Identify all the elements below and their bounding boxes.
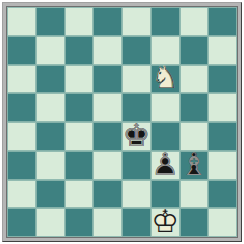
square-a2[interactable]: [7, 180, 36, 209]
square-e1[interactable]: [122, 208, 151, 237]
square-b6[interactable]: [36, 65, 65, 94]
square-d7[interactable]: [93, 36, 122, 65]
piece-white-king[interactable]: ♚♔: [151, 208, 180, 237]
white-king-outline-glyph: ♔: [151, 206, 179, 237]
square-d3[interactable]: [93, 151, 122, 180]
square-c5[interactable]: [65, 93, 94, 122]
square-h1[interactable]: [208, 208, 237, 237]
square-h5[interactable]: [208, 93, 237, 122]
square-e4[interactable]: ♚♔: [122, 122, 151, 151]
square-d4[interactable]: [93, 122, 122, 151]
square-b7[interactable]: [36, 36, 65, 65]
square-d5[interactable]: [93, 93, 122, 122]
square-g6[interactable]: [180, 65, 209, 94]
square-h6[interactable]: [208, 65, 237, 94]
square-e6[interactable]: [122, 65, 151, 94]
square-g5[interactable]: [180, 93, 209, 122]
square-g8[interactable]: [180, 7, 209, 36]
square-g1[interactable]: [180, 208, 209, 237]
square-f1[interactable]: ♚♔: [151, 208, 180, 237]
piece-black-king[interactable]: ♚♔: [122, 122, 151, 151]
square-a1[interactable]: [7, 208, 36, 237]
square-f5[interactable]: [151, 93, 180, 122]
square-a6[interactable]: [7, 65, 36, 94]
square-b1[interactable]: [36, 208, 65, 237]
square-b5[interactable]: [36, 93, 65, 122]
black-bishop-outline-glyph: ♗: [180, 149, 208, 180]
square-b4[interactable]: [36, 122, 65, 151]
square-c3[interactable]: [65, 151, 94, 180]
piece-black-bishop[interactable]: ♝♗: [180, 151, 209, 180]
square-d8[interactable]: [93, 7, 122, 36]
square-c7[interactable]: [65, 36, 94, 65]
square-e7[interactable]: [122, 36, 151, 65]
square-g2[interactable]: [180, 180, 209, 209]
square-h7[interactable]: [208, 36, 237, 65]
square-b8[interactable]: [36, 7, 65, 36]
square-a4[interactable]: [7, 122, 36, 151]
board-frame: ♞♘♚♔♟♙♝♗♚♔: [2, 2, 242, 242]
square-d6[interactable]: [93, 65, 122, 94]
square-f3[interactable]: ♟♙: [151, 151, 180, 180]
square-b2[interactable]: [36, 180, 65, 209]
square-c8[interactable]: [65, 7, 94, 36]
square-c2[interactable]: [65, 180, 94, 209]
square-g3[interactable]: ♝♗: [180, 151, 209, 180]
black-pawn-outline-glyph: ♙: [151, 149, 179, 180]
square-b3[interactable]: [36, 151, 65, 180]
black-king-outline-glyph: ♔: [122, 120, 150, 151]
square-c4[interactable]: [65, 122, 94, 151]
square-a7[interactable]: [7, 36, 36, 65]
square-h3[interactable]: [208, 151, 237, 180]
square-e2[interactable]: [122, 180, 151, 209]
square-h8[interactable]: [208, 7, 237, 36]
square-a3[interactable]: [7, 151, 36, 180]
piece-black-pawn[interactable]: ♟♙: [151, 151, 180, 180]
square-f6[interactable]: ♞♘: [151, 65, 180, 94]
square-d1[interactable]: [93, 208, 122, 237]
piece-white-knight[interactable]: ♞♘: [151, 65, 180, 94]
white-knight-outline-glyph: ♘: [151, 62, 179, 93]
square-d2[interactable]: [93, 180, 122, 209]
square-h4[interactable]: [208, 122, 237, 151]
square-g7[interactable]: [180, 36, 209, 65]
square-f8[interactable]: [151, 7, 180, 36]
square-e8[interactable]: [122, 7, 151, 36]
chess-diagram-page: ♞♘♚♔♟♙♝♗♚♔: [0, 0, 244, 244]
square-a5[interactable]: [7, 93, 36, 122]
square-e3[interactable]: [122, 151, 151, 180]
square-c6[interactable]: [65, 65, 94, 94]
square-c1[interactable]: [65, 208, 94, 237]
square-h2[interactable]: [208, 180, 237, 209]
square-a8[interactable]: [7, 7, 36, 36]
chess-board: ♞♘♚♔♟♙♝♗♚♔: [6, 6, 238, 238]
